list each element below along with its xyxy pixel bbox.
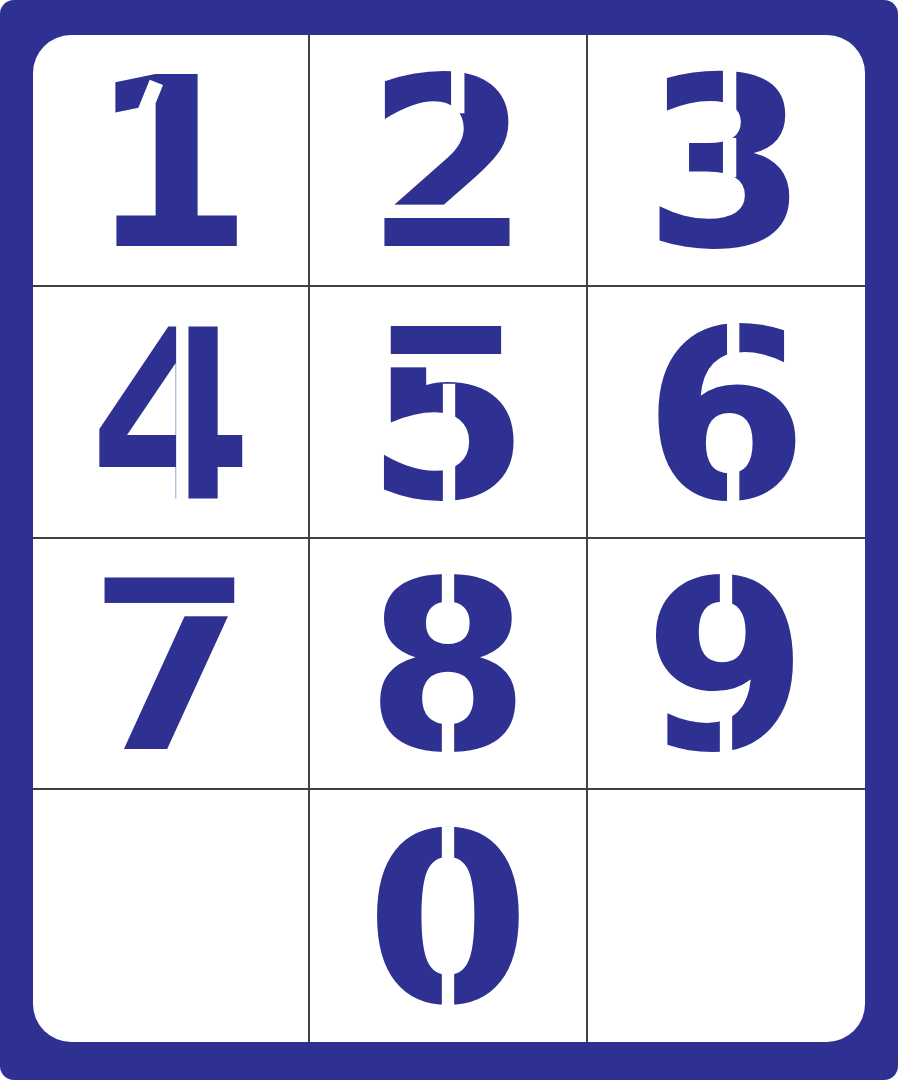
stencil-digit-7: 7 bbox=[94, 573, 248, 753]
number-grid: 1 2 3 4 bbox=[33, 35, 865, 1042]
digit-text: 6 bbox=[644, 278, 808, 553]
stencil-bridge bbox=[373, 205, 523, 218]
stencil-panel: 1 2 3 4 bbox=[33, 35, 865, 1042]
cell-r3c3: 9 bbox=[588, 539, 865, 791]
cell-r2c2: 5 bbox=[310, 287, 587, 539]
stencil-bridge bbox=[443, 460, 455, 501]
stencil-bridge bbox=[377, 354, 519, 367]
stencil-digit-8: 8 bbox=[371, 573, 525, 753]
cell-r1c2: 2 bbox=[310, 35, 587, 287]
cell-r4c2: 0 bbox=[310, 790, 587, 1042]
stencil-bridge bbox=[100, 603, 242, 616]
cell-r2c3: 6 bbox=[588, 287, 865, 539]
digit-text: 2 bbox=[366, 35, 530, 302]
stencil-digit-4: 4 bbox=[94, 322, 248, 502]
stencil-digit-5: 5 bbox=[371, 322, 525, 502]
stencil-bridge bbox=[442, 826, 454, 861]
stencil-digit-9: 9 bbox=[649, 573, 803, 753]
stencil-bridge bbox=[720, 574, 732, 607]
cell-r1c3: 3 bbox=[588, 35, 865, 287]
digit-text: 1 bbox=[89, 35, 253, 302]
cell-r4c1 bbox=[33, 790, 310, 1042]
digit-text: 9 bbox=[644, 530, 808, 805]
stencil-bridge bbox=[442, 717, 454, 753]
stencil-sheet: 1 2 3 4 bbox=[0, 0, 898, 1080]
stencil-bridge bbox=[176, 322, 188, 502]
digit-text: 7 bbox=[89, 530, 253, 805]
stencil-bridge bbox=[443, 383, 455, 420]
stencil-bridge bbox=[727, 322, 739, 363]
stencil-bridge bbox=[451, 70, 464, 113]
cell-r3c2: 8 bbox=[310, 539, 587, 791]
cell-r3c1: 7 bbox=[33, 539, 310, 791]
stencil-bridge bbox=[442, 574, 454, 605]
stencil-bridge bbox=[727, 458, 739, 501]
stencil-digit-3: 3 bbox=[649, 70, 803, 250]
stencil-bridge bbox=[720, 714, 732, 753]
stencil-digit-2: 2 bbox=[371, 70, 525, 250]
cell-r1c1: 1 bbox=[33, 35, 310, 287]
stencil-bridge bbox=[723, 70, 736, 111]
digit-text: 8 bbox=[366, 530, 530, 805]
stencil-digit-0: 0 bbox=[371, 826, 525, 1006]
cell-r2c1: 4 bbox=[33, 287, 310, 539]
digit-text: 4 bbox=[89, 278, 253, 553]
cell-r4c3 bbox=[588, 790, 865, 1042]
stencil-bridge bbox=[442, 966, 454, 1006]
stencil-digit-6: 6 bbox=[649, 322, 803, 502]
stencil-bridge bbox=[723, 138, 736, 177]
stencil-digit-1: 1 bbox=[94, 70, 248, 250]
